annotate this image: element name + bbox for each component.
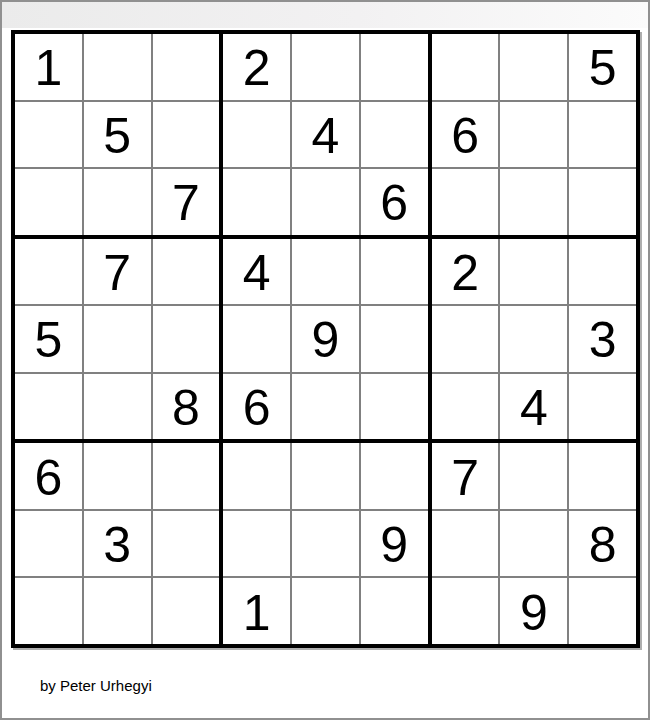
cell-r4c8[interactable] xyxy=(500,239,567,305)
header-band xyxy=(2,2,648,28)
cell-r3c3[interactable]: 7 xyxy=(153,169,220,235)
cell-r6c5[interactable] xyxy=(292,374,359,440)
cell-r9c1[interactable] xyxy=(15,578,82,644)
cell-r7c7[interactable]: 7 xyxy=(432,443,499,509)
cell-r8c9[interactable]: 8 xyxy=(569,511,636,577)
cell-r4c3[interactable] xyxy=(153,239,220,305)
cell-r8c7[interactable] xyxy=(432,511,499,577)
cell-r9c8[interactable]: 9 xyxy=(500,578,567,644)
sudoku-box-r1c3: 56 xyxy=(430,32,638,237)
cell-r7c6[interactable] xyxy=(361,443,428,509)
cell-r1c4[interactable]: 2 xyxy=(223,34,290,100)
cell-r5c3[interactable] xyxy=(153,306,220,372)
cell-r2c9[interactable] xyxy=(569,102,636,168)
cell-r8c3[interactable] xyxy=(153,511,220,577)
cell-r4c1[interactable] xyxy=(15,239,82,305)
cell-r1c8[interactable] xyxy=(500,34,567,100)
cell-r3c6[interactable]: 6 xyxy=(361,169,428,235)
sudoku-box-r2c2: 496 xyxy=(221,237,429,442)
cell-r4c6[interactable] xyxy=(361,239,428,305)
cell-r5c4[interactable] xyxy=(223,306,290,372)
cell-r9c3[interactable] xyxy=(153,578,220,644)
cell-r5c9[interactable]: 3 xyxy=(569,306,636,372)
cell-r7c1[interactable]: 6 xyxy=(15,443,82,509)
cell-r8c5[interactable] xyxy=(292,511,359,577)
cell-r2c7[interactable]: 6 xyxy=(432,102,499,168)
cell-r2c3[interactable] xyxy=(153,102,220,168)
cell-r3c7[interactable] xyxy=(432,169,499,235)
cell-r7c8[interactable] xyxy=(500,443,567,509)
cell-r7c4[interactable] xyxy=(223,443,290,509)
cell-r4c9[interactable] xyxy=(569,239,636,305)
cell-r7c2[interactable] xyxy=(84,443,151,509)
cell-r3c4[interactable] xyxy=(223,169,290,235)
cell-r1c9[interactable]: 5 xyxy=(569,34,636,100)
sudoku-box-r2c3: 234 xyxy=(430,237,638,442)
cell-r9c7[interactable] xyxy=(432,578,499,644)
cell-r6c9[interactable] xyxy=(569,374,636,440)
cell-r8c4[interactable] xyxy=(223,511,290,577)
cell-r9c6[interactable] xyxy=(361,578,428,644)
cell-r4c7[interactable]: 2 xyxy=(432,239,499,305)
sudoku-box-r3c3: 789 xyxy=(430,441,638,646)
cell-r8c8[interactable] xyxy=(500,511,567,577)
cell-r4c2[interactable]: 7 xyxy=(84,239,151,305)
cell-r2c6[interactable] xyxy=(361,102,428,168)
cell-r7c3[interactable] xyxy=(153,443,220,509)
cell-r9c4[interactable]: 1 xyxy=(223,578,290,644)
cell-r5c8[interactable] xyxy=(500,306,567,372)
sudoku-box-r3c2: 91 xyxy=(221,441,429,646)
sudoku-box-r2c1: 758 xyxy=(13,237,221,442)
sudoku-box-r1c2: 246 xyxy=(221,32,429,237)
cell-r2c2[interactable]: 5 xyxy=(84,102,151,168)
cell-r3c2[interactable] xyxy=(84,169,151,235)
sudoku-box-r3c1: 63 xyxy=(13,441,221,646)
author-credit: by Peter Urhegyi xyxy=(40,677,152,694)
cell-r6c7[interactable] xyxy=(432,374,499,440)
cell-r4c5[interactable] xyxy=(292,239,359,305)
cell-r8c6[interactable]: 9 xyxy=(361,511,428,577)
cell-r1c2[interactable] xyxy=(84,34,151,100)
cell-r3c5[interactable] xyxy=(292,169,359,235)
cell-r7c5[interactable] xyxy=(292,443,359,509)
cell-r6c2[interactable] xyxy=(84,374,151,440)
cell-r8c2[interactable]: 3 xyxy=(84,511,151,577)
cell-r3c1[interactable] xyxy=(15,169,82,235)
cell-r6c8[interactable]: 4 xyxy=(500,374,567,440)
cell-r5c1[interactable]: 5 xyxy=(15,306,82,372)
cell-r3c8[interactable] xyxy=(500,169,567,235)
cell-r5c6[interactable] xyxy=(361,306,428,372)
sudoku-box-r1c1: 157 xyxy=(13,32,221,237)
cell-r9c9[interactable] xyxy=(569,578,636,644)
cell-r2c1[interactable] xyxy=(15,102,82,168)
cell-r2c5[interactable]: 4 xyxy=(292,102,359,168)
cell-r1c5[interactable] xyxy=(292,34,359,100)
cell-r1c3[interactable] xyxy=(153,34,220,100)
cell-r6c1[interactable] xyxy=(15,374,82,440)
cell-r7c9[interactable] xyxy=(569,443,636,509)
cell-r8c1[interactable] xyxy=(15,511,82,577)
cell-r6c3[interactable]: 8 xyxy=(153,374,220,440)
cell-r1c1[interactable]: 1 xyxy=(15,34,82,100)
cell-r9c2[interactable] xyxy=(84,578,151,644)
cell-r2c8[interactable] xyxy=(500,102,567,168)
sudoku-board: 157246567584962346391789 xyxy=(11,30,640,648)
cell-r2c4[interactable] xyxy=(223,102,290,168)
cell-r6c6[interactable] xyxy=(361,374,428,440)
cell-r3c9[interactable] xyxy=(569,169,636,235)
cell-r6c4[interactable]: 6 xyxy=(223,374,290,440)
cell-r5c2[interactable] xyxy=(84,306,151,372)
cell-r5c7[interactable] xyxy=(432,306,499,372)
cell-r1c7[interactable] xyxy=(432,34,499,100)
cell-r9c5[interactable] xyxy=(292,578,359,644)
cell-r5c5[interactable]: 9 xyxy=(292,306,359,372)
cell-r4c4[interactable]: 4 xyxy=(223,239,290,305)
window: { "game": "sudoku", "board": { "rows": 9… xyxy=(0,0,650,720)
cell-r1c6[interactable] xyxy=(361,34,428,100)
